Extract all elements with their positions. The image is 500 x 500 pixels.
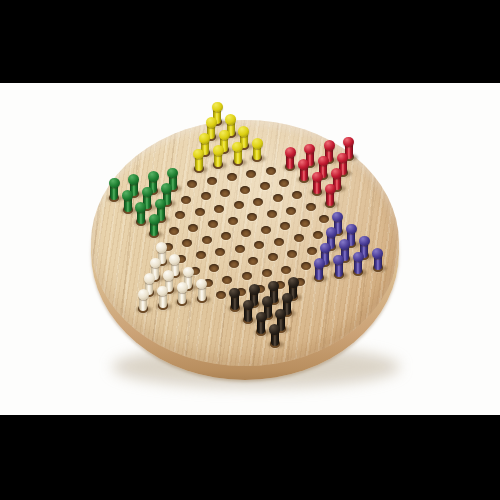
peg-head (150, 258, 161, 269)
peg-head (332, 212, 343, 223)
peg-head (353, 252, 364, 263)
peg-head (256, 312, 267, 323)
board-hole[interactable] (242, 272, 252, 280)
board-hole[interactable] (261, 226, 271, 234)
peg-head (219, 130, 230, 141)
board-hole[interactable] (292, 191, 302, 199)
board-hole[interactable] (301, 262, 311, 270)
peg-head (324, 140, 335, 151)
board-hole[interactable] (287, 250, 297, 258)
board-hole[interactable] (228, 217, 238, 225)
peg-head (138, 289, 149, 300)
board-hole[interactable] (254, 241, 264, 249)
board-hole[interactable] (208, 220, 218, 228)
peg-head (213, 145, 224, 156)
board-hole[interactable] (253, 198, 263, 206)
peg-head (269, 324, 280, 335)
board-hole[interactable] (274, 238, 284, 246)
board-hole[interactable] (319, 215, 329, 223)
board-hole[interactable] (188, 224, 198, 232)
letterbox-bottom-bar (0, 415, 500, 500)
peg-head (225, 114, 236, 125)
peg-head (262, 296, 273, 307)
board-hole[interactable] (300, 219, 310, 227)
board-hole[interactable] (187, 180, 197, 188)
board-hole[interactable] (215, 248, 225, 256)
board-hole[interactable] (207, 177, 217, 185)
board-hole[interactable] (216, 291, 226, 299)
peg-head (183, 267, 194, 278)
peg-head (320, 243, 331, 254)
peg-head (109, 178, 120, 189)
board-hole[interactable] (307, 247, 317, 255)
board-hole[interactable] (202, 236, 212, 244)
board-hole[interactable] (248, 257, 258, 265)
peg-head (148, 171, 159, 182)
letterbox-top-bar (0, 0, 500, 83)
peg-head (157, 286, 168, 297)
peg-head (199, 133, 210, 144)
board-hole[interactable] (221, 232, 231, 240)
peg-head (282, 293, 293, 304)
peg-head (122, 190, 133, 201)
peg-head (285, 147, 296, 158)
peg-head (163, 270, 174, 281)
board-hole[interactable] (279, 179, 289, 187)
peg-head (229, 288, 240, 299)
board-hole[interactable] (280, 222, 290, 230)
board-hole[interactable] (222, 276, 232, 284)
peg-head (161, 183, 172, 194)
peg-head (149, 214, 160, 225)
board-hole[interactable] (266, 167, 276, 175)
board-hole[interactable] (273, 194, 283, 202)
peg-head (144, 273, 155, 284)
board-hole[interactable] (247, 213, 257, 221)
peg-head (252, 138, 263, 149)
board-hole[interactable] (268, 253, 278, 261)
board-hole[interactable] (229, 260, 239, 268)
peg-head (243, 300, 254, 311)
board-hole[interactable] (241, 229, 251, 237)
board-hole[interactable] (313, 231, 323, 239)
board-hole[interactable] (294, 234, 304, 242)
board-hole[interactable] (227, 173, 237, 181)
peg-head (372, 248, 383, 259)
board-hole[interactable] (181, 196, 191, 204)
board-hole[interactable] (201, 192, 211, 200)
board-hole[interactable] (306, 203, 316, 211)
peg-head (325, 184, 336, 195)
peg-head (212, 102, 223, 113)
board-hole[interactable] (240, 186, 250, 194)
peg-head (288, 277, 299, 288)
peg-head (326, 227, 337, 238)
peg-head (318, 156, 329, 167)
photo-stage (0, 0, 500, 500)
board-hole[interactable] (182, 239, 192, 247)
board-hole[interactable] (214, 205, 224, 213)
board-hole[interactable] (220, 189, 230, 197)
board-hole[interactable] (175, 211, 185, 219)
peg-head (298, 159, 309, 170)
peg-head (156, 242, 167, 253)
board-hole[interactable] (169, 227, 179, 235)
peg-head (142, 187, 153, 198)
peg-head (177, 282, 188, 293)
board-hole[interactable] (281, 266, 291, 274)
peg-head (346, 224, 357, 235)
peg-head (249, 284, 260, 295)
board-hole[interactable] (246, 170, 256, 178)
board-hole[interactable] (267, 210, 277, 218)
peg-head (359, 236, 370, 247)
board-hole[interactable] (209, 264, 219, 272)
peg-head (314, 258, 325, 269)
board-hole[interactable] (196, 251, 206, 259)
peg-head (312, 172, 323, 183)
board-hole[interactable] (234, 201, 244, 209)
peg-head (206, 117, 217, 128)
board-hole[interactable] (235, 245, 245, 253)
board-hole[interactable] (286, 207, 296, 215)
board-hole[interactable] (195, 208, 205, 216)
peg-head (331, 168, 342, 179)
board-hole[interactable] (260, 182, 270, 190)
board-hole[interactable] (262, 269, 272, 277)
